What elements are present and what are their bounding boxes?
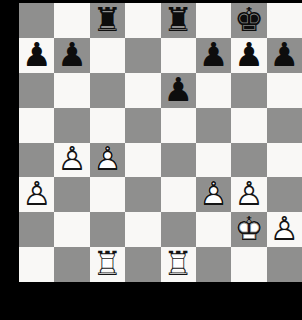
square-g6[interactable] [231,73,266,108]
pawn-outline-glyph: ♙ [19,176,54,211]
square-f8[interactable] [196,3,231,38]
piece-white-king: ♚♔ [231,211,266,246]
square-e1[interactable]: ♜♖ [161,247,196,282]
square-c8[interactable]: ♜ [90,3,125,38]
pawn-outline-glyph: ♙ [196,176,231,211]
piece-black-rook: ♜ [161,2,196,37]
rook-outline-glyph: ♖ [161,246,196,281]
square-g1[interactable] [231,247,266,282]
piece-black-pawn: ♟ [161,72,196,107]
square-c4[interactable]: ♟♙ [90,143,125,178]
square-g4[interactable] [231,143,266,178]
pawn-outline-glyph: ♙ [231,176,266,211]
square-e4[interactable] [161,143,196,178]
square-b2[interactable] [54,212,89,247]
square-d8[interactable] [125,3,160,38]
chess-board: ♜♜♚♟♟♟♟♟♟♟♙♟♙♟♙♟♙♟♙♚♔♟♙♜♖♜♖ [19,3,302,282]
rook-glyph: ♜ [161,2,196,37]
square-f7[interactable]: ♟ [196,38,231,73]
piece-white-pawn: ♟♙ [196,176,231,211]
pawn-glyph: ♟ [161,72,196,107]
square-d7[interactable] [125,38,160,73]
square-h7[interactable]: ♟ [267,38,302,73]
square-b8[interactable] [54,3,89,38]
square-h6[interactable] [267,73,302,108]
square-g5[interactable] [231,108,266,143]
square-g8[interactable]: ♚ [231,3,266,38]
square-a3[interactable]: ♟♙ [19,177,54,212]
square-h2[interactable]: ♟♙ [267,212,302,247]
pawn-glyph: ♟ [19,37,54,72]
square-e7[interactable] [161,38,196,73]
square-d1[interactable] [125,247,160,282]
piece-white-rook: ♜♖ [161,246,196,281]
rook-outline-glyph: ♖ [90,246,125,281]
square-e3[interactable] [161,177,196,212]
pawn-glyph: ♟ [231,37,266,72]
square-a6[interactable] [19,73,54,108]
square-a4[interactable] [19,143,54,178]
square-d2[interactable] [125,212,160,247]
square-d3[interactable] [125,177,160,212]
square-d5[interactable] [125,108,160,143]
pawn-outline-glyph: ♙ [54,142,89,177]
square-e6[interactable]: ♟ [161,73,196,108]
square-b3[interactable] [54,177,89,212]
screenshot-root: ♜♜♚♟♟♟♟♟♟♟♙♟♙♟♙♟♙♟♙♚♔♟♙♜♖♜♖ [0,0,302,320]
square-f1[interactable] [196,247,231,282]
square-e5[interactable] [161,108,196,143]
piece-white-pawn: ♟♙ [90,142,125,177]
square-h3[interactable] [267,177,302,212]
square-b7[interactable]: ♟ [54,38,89,73]
square-a1[interactable] [19,247,54,282]
square-c7[interactable] [90,38,125,73]
square-a2[interactable] [19,212,54,247]
square-f5[interactable] [196,108,231,143]
rook-glyph: ♜ [90,2,125,37]
square-f4[interactable] [196,143,231,178]
piece-white-pawn: ♟♙ [54,142,89,177]
piece-white-pawn: ♟♙ [267,211,302,246]
piece-black-pawn: ♟ [267,37,302,72]
square-e2[interactable] [161,212,196,247]
square-a8[interactable] [19,3,54,38]
square-d4[interactable] [125,143,160,178]
square-h1[interactable] [267,247,302,282]
square-a7[interactable]: ♟ [19,38,54,73]
square-b4[interactable]: ♟♙ [54,143,89,178]
square-c2[interactable] [90,212,125,247]
square-h5[interactable] [267,108,302,143]
square-f6[interactable] [196,73,231,108]
piece-white-pawn: ♟♙ [231,176,266,211]
square-d6[interactable] [125,73,160,108]
piece-white-pawn: ♟♙ [19,176,54,211]
piece-black-pawn: ♟ [196,37,231,72]
piece-white-rook: ♜♖ [90,246,125,281]
piece-black-pawn: ♟ [19,37,54,72]
square-b1[interactable] [54,247,89,282]
king-glyph: ♚ [231,2,266,37]
square-c5[interactable] [90,108,125,143]
square-c1[interactable]: ♜♖ [90,247,125,282]
square-g3[interactable]: ♟♙ [231,177,266,212]
pawn-glyph: ♟ [196,37,231,72]
square-b6[interactable] [54,73,89,108]
pawn-outline-glyph: ♙ [267,211,302,246]
pawn-outline-glyph: ♙ [90,142,125,177]
king-outline-glyph: ♔ [231,211,266,246]
square-c3[interactable] [90,177,125,212]
piece-black-king: ♚ [231,2,266,37]
piece-black-rook: ♜ [90,2,125,37]
piece-black-pawn: ♟ [54,37,89,72]
piece-black-pawn: ♟ [231,37,266,72]
square-g2[interactable]: ♚♔ [231,212,266,247]
square-a5[interactable] [19,108,54,143]
pawn-glyph: ♟ [54,37,89,72]
square-e8[interactable]: ♜ [161,3,196,38]
square-b5[interactable] [54,108,89,143]
square-f2[interactable] [196,212,231,247]
pawn-glyph: ♟ [267,37,302,72]
square-h4[interactable] [267,143,302,178]
square-g7[interactable]: ♟ [231,38,266,73]
square-f3[interactable]: ♟♙ [196,177,231,212]
square-c6[interactable] [90,73,125,108]
square-h8[interactable] [267,3,302,38]
